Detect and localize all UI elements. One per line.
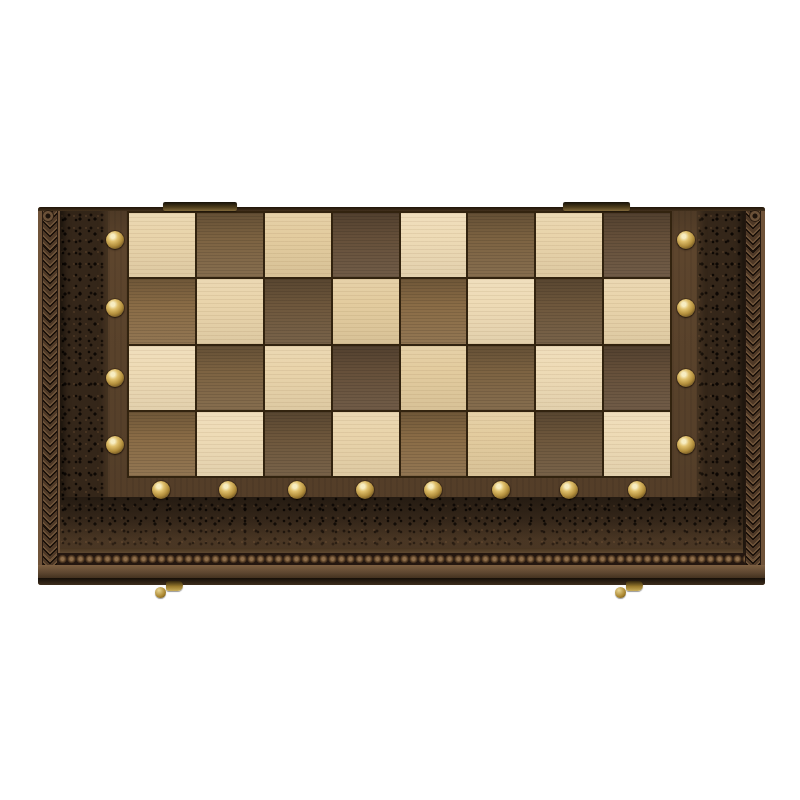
brass-stud: [628, 481, 646, 499]
brass-stud: [492, 481, 510, 499]
board-square: [197, 213, 263, 277]
brass-stud: [677, 231, 695, 249]
brass-stud: [106, 369, 124, 387]
board-square: [604, 346, 670, 410]
board-square: [333, 279, 399, 343]
board-square: [401, 213, 467, 277]
board-square: [265, 279, 331, 343]
board-square: [468, 412, 534, 476]
chessboard-half: [127, 211, 672, 478]
carved-chevron-border-right: [745, 207, 761, 565]
board-square: [333, 412, 399, 476]
board-square: [197, 279, 263, 343]
brass-stud: [106, 231, 124, 249]
box-side-edge: [38, 578, 765, 585]
board-square: [468, 279, 534, 343]
clasp-tab-icon: [626, 581, 643, 591]
board-square: [129, 279, 195, 343]
board-square: [604, 213, 670, 277]
carved-ring-top-left-icon: [42, 210, 54, 222]
board-square: [333, 213, 399, 277]
clasp-left: [155, 579, 183, 598]
board-square: [536, 412, 602, 476]
board-square: [197, 412, 263, 476]
carved-chevron-border-left: [42, 207, 58, 565]
brass-stud: [288, 481, 306, 499]
clasp-right: [615, 579, 643, 598]
board-square: [536, 213, 602, 277]
lid-fold-edge: [38, 207, 765, 211]
board-square: [604, 279, 670, 343]
clasp-knob-icon: [155, 587, 166, 598]
board-square: [536, 346, 602, 410]
lid-bottom-bevel: [38, 565, 765, 578]
carved-bead-border-bottom: [58, 553, 745, 565]
hinge-right-icon: [563, 202, 630, 211]
board-square: [536, 279, 602, 343]
product-photo-chess-box: [0, 0, 800, 800]
board-square: [401, 279, 467, 343]
board-square: [468, 346, 534, 410]
board-square: [129, 346, 195, 410]
brass-stud: [677, 299, 695, 317]
clasp-knob-icon: [615, 587, 626, 598]
tooled-texture-band-bottom: [60, 497, 743, 548]
brass-stud: [106, 299, 124, 317]
brass-stud: [219, 481, 237, 499]
chess-box-lid: [38, 207, 765, 585]
board-square: [265, 346, 331, 410]
brass-stud: [152, 481, 170, 499]
board-square: [265, 412, 331, 476]
board-square: [265, 213, 331, 277]
brass-stud: [356, 481, 374, 499]
brass-stud: [106, 436, 124, 454]
brass-stud: [424, 481, 442, 499]
carved-ring-top-right-icon: [749, 210, 761, 222]
board-square: [129, 213, 195, 277]
board-square: [468, 213, 534, 277]
board-square: [333, 346, 399, 410]
board-square: [401, 346, 467, 410]
brass-stud: [560, 481, 578, 499]
hinge-left-icon: [163, 202, 237, 211]
board-square: [197, 346, 263, 410]
board-square: [129, 412, 195, 476]
board-square: [604, 412, 670, 476]
brass-stud: [677, 436, 695, 454]
board-square: [401, 412, 467, 476]
clasp-tab-icon: [166, 581, 183, 591]
brass-stud: [677, 369, 695, 387]
